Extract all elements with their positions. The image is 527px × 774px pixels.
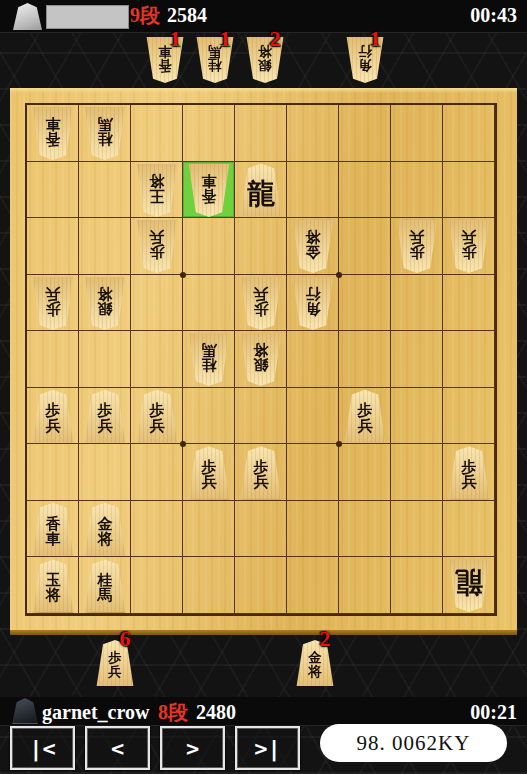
- square-93[interactable]: [27, 218, 79, 275]
- square-68[interactable]: [183, 501, 235, 558]
- square-83[interactable]: [79, 218, 131, 275]
- top-player-name-box: [46, 5, 129, 29]
- hoshi-dot: [180, 272, 186, 278]
- hand-count-sente-gold: 2: [314, 626, 336, 652]
- square-78[interactable]: [131, 501, 183, 558]
- square-92[interactable]: [27, 162, 79, 219]
- square-85[interactable]: [79, 331, 131, 388]
- square-16[interactable]: [443, 388, 495, 445]
- square-34[interactable]: [339, 275, 391, 332]
- square-95[interactable]: [27, 331, 79, 388]
- shogi-board: 香車桂馬王将香車龍歩兵金将歩兵歩兵歩兵銀将歩兵角行桂馬銀将歩兵歩兵歩兵歩兵歩兵歩…: [10, 88, 517, 630]
- square-77[interactable]: [131, 444, 183, 501]
- square-31[interactable]: [339, 105, 391, 162]
- square-26[interactable]: [391, 388, 443, 445]
- square-24[interactable]: [391, 275, 443, 332]
- top-player-rank: 9段: [130, 0, 160, 30]
- square-69[interactable]: [183, 557, 235, 614]
- bottom-player-name: garnet_crow: [42, 697, 149, 727]
- square-12[interactable]: [443, 162, 495, 219]
- sente-piece-icon: [12, 698, 38, 724]
- bottom-player-rating: 2480: [196, 697, 236, 727]
- square-27[interactable]: [391, 444, 443, 501]
- square-29[interactable]: [391, 557, 443, 614]
- square-37[interactable]: [339, 444, 391, 501]
- square-22[interactable]: [391, 162, 443, 219]
- square-63[interactable]: [183, 218, 235, 275]
- square-45[interactable]: [287, 331, 339, 388]
- square-28[interactable]: [391, 501, 443, 558]
- square-53[interactable]: [235, 218, 287, 275]
- square-42[interactable]: [287, 162, 339, 219]
- square-48[interactable]: [287, 501, 339, 558]
- board-grid-wrap: 香車桂馬王将香車龍歩兵金将歩兵歩兵歩兵銀将歩兵角行桂馬銀将歩兵歩兵歩兵歩兵歩兵歩…: [25, 103, 497, 616]
- square-35[interactable]: [339, 331, 391, 388]
- square-51[interactable]: [235, 105, 287, 162]
- square-47[interactable]: [287, 444, 339, 501]
- hand-count-gote-bishop: 1: [364, 26, 386, 52]
- last-move-button[interactable]: >|: [235, 726, 300, 770]
- prev-move-button[interactable]: <: [85, 726, 150, 770]
- square-59[interactable]: [235, 557, 287, 614]
- next-move-button[interactable]: >: [160, 726, 225, 770]
- square-11[interactable]: [443, 105, 495, 162]
- square-18[interactable]: [443, 501, 495, 558]
- square-25[interactable]: [391, 331, 443, 388]
- square-87[interactable]: [79, 444, 131, 501]
- move-display-field[interactable]: 98. 0062KY: [320, 724, 507, 762]
- square-21[interactable]: [391, 105, 443, 162]
- hand-count-sente-pawn: 6: [114, 626, 136, 652]
- square-15[interactable]: [443, 331, 495, 388]
- square-32[interactable]: [339, 162, 391, 219]
- square-74[interactable]: [131, 275, 183, 332]
- gote-piece-icon: [13, 3, 42, 30]
- square-33[interactable]: [339, 218, 391, 275]
- square-56[interactable]: [235, 388, 287, 445]
- hand-count-gote-lance: 1: [164, 26, 186, 52]
- square-75[interactable]: [131, 331, 183, 388]
- square-38[interactable]: [339, 501, 391, 558]
- square-64[interactable]: [183, 275, 235, 332]
- square-41[interactable]: [287, 105, 339, 162]
- top-player-clock: 00:43: [470, 0, 517, 30]
- square-14[interactable]: [443, 275, 495, 332]
- bottom-player-bar: garnet_crow 8段 2480 00:21: [0, 697, 527, 726]
- bottom-player-clock: 00:21: [470, 697, 517, 727]
- square-97[interactable]: [27, 444, 79, 501]
- square-49[interactable]: [287, 557, 339, 614]
- hoshi-dot: [336, 272, 342, 278]
- square-61[interactable]: [183, 105, 235, 162]
- hand-count-gote-silver: 2: [264, 26, 286, 52]
- square-79[interactable]: [131, 557, 183, 614]
- square-82[interactable]: [79, 162, 131, 219]
- square-46[interactable]: [287, 388, 339, 445]
- square-58[interactable]: [235, 501, 287, 558]
- bottom-player-rank: 8段: [158, 697, 188, 727]
- square-39[interactable]: [339, 557, 391, 614]
- hand-count-gote-knight: 1: [214, 26, 236, 52]
- square-71[interactable]: [131, 105, 183, 162]
- first-move-button[interactable]: |<: [10, 726, 75, 770]
- square-66[interactable]: [183, 388, 235, 445]
